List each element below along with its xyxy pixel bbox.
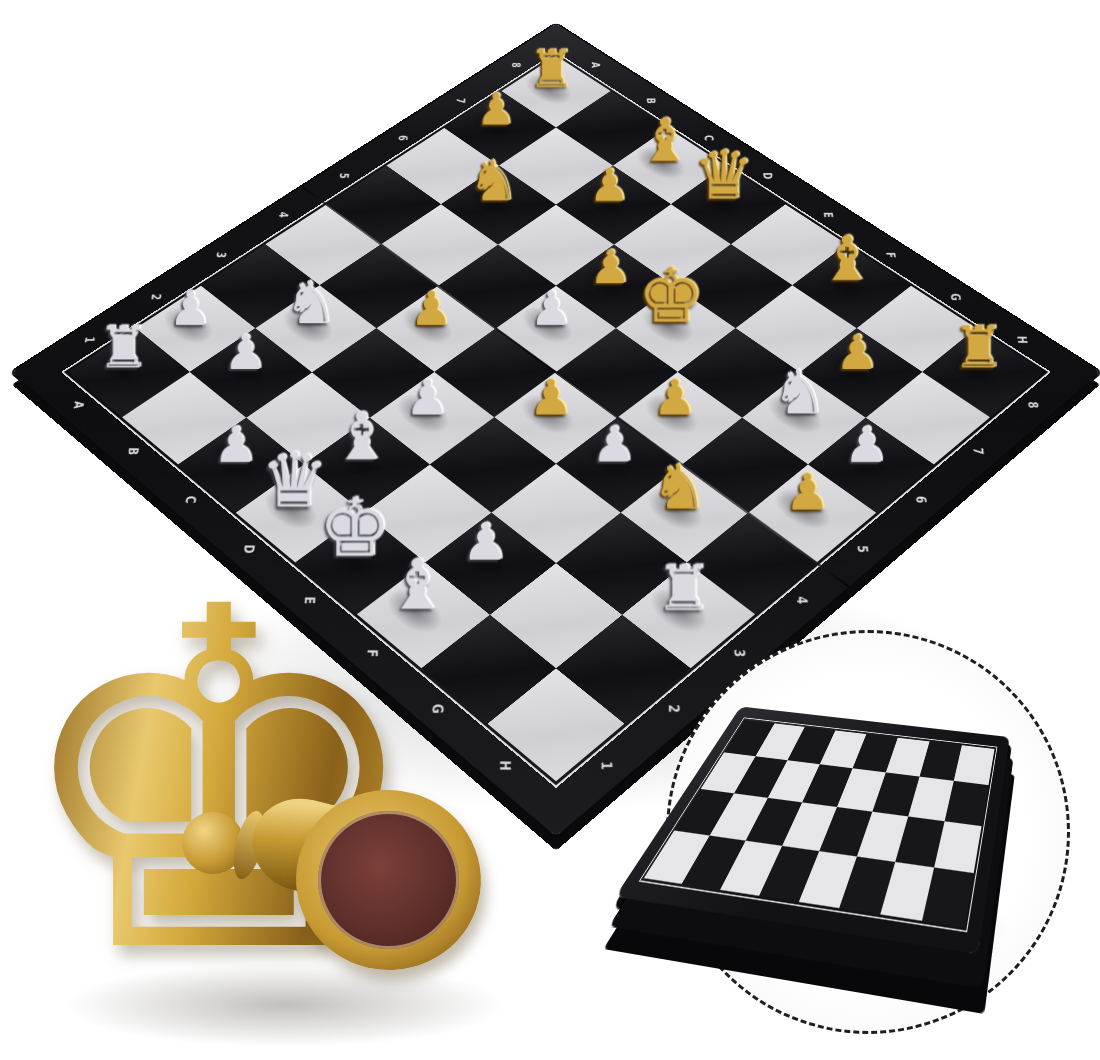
coord-label-G: G: [948, 293, 964, 300]
gold-king-e6: ♚: [638, 260, 705, 331]
coord-label-B: B: [125, 448, 142, 456]
board-cell-f3: [492, 464, 620, 562]
gold-knight-g4: ♞: [651, 457, 708, 517]
coord-label-A: A: [71, 401, 87, 409]
coord-label-D: D: [760, 172, 775, 179]
folded-board-cell: [954, 745, 995, 785]
coord-label-H: H: [496, 760, 513, 770]
coord-label-3: 3: [731, 649, 748, 657]
board-cell-g4: ♞: [620, 464, 748, 562]
coord-label-C: C: [182, 496, 199, 504]
board-cell-h5: ♟: [748, 464, 876, 562]
silver-rook-a1: ♜: [98, 320, 150, 375]
gold-pawn-e4: ♟: [529, 375, 573, 421]
coord-label-4: 4: [276, 212, 291, 218]
coord-label-6: 6: [396, 135, 410, 141]
coord-label-H: H: [1014, 336, 1030, 344]
gold-pawn-h5: ♟: [785, 469, 830, 517]
gold-rook-h8: ♜: [953, 320, 1005, 375]
inset-folded-board-circle: [666, 630, 1070, 1034]
coord-label-7: 7: [970, 448, 986, 455]
folded-board-cell: [945, 781, 989, 826]
coord-label-E: E: [821, 212, 836, 218]
coord-label-7: 7: [454, 98, 468, 103]
coord-label-1: 1: [82, 336, 98, 342]
silver-rook-h3: ♜: [655, 559, 712, 619]
silver-pawn-c1: ♟: [213, 421, 258, 468]
coord-label-F: F: [883, 252, 898, 258]
gold-rook-a8: ♜: [528, 44, 575, 94]
coord-label-5: 5: [855, 545, 872, 552]
product-photo-scene: 11AA22BB33CC44DD55EE66FF77GG88HH ♜♝♛♝♜♟♟…: [0, 0, 1100, 1060]
gold-pawn-a7: ♟: [476, 89, 515, 131]
magnetic-felt-pad: [318, 811, 459, 949]
gold-pawn-c7: ♟: [589, 165, 629, 208]
silver-pawn-a2: ♟: [169, 287, 211, 332]
gold-pawn-d6: ♟: [590, 245, 632, 289]
coord-label-G: G: [429, 704, 446, 714]
gold-knight-b6: ♞: [469, 154, 520, 208]
coord-label-6: 6: [913, 496, 930, 503]
silver-pawn-f4: ♟: [592, 421, 637, 468]
folded-board: [644, 720, 995, 927]
coord-label-5: 5: [337, 173, 351, 179]
coord-label-2: 2: [666, 704, 683, 712]
silver-bishop-d2: ♝: [332, 405, 391, 468]
coord-label-4: 4: [794, 596, 811, 604]
coord-label-B: B: [644, 98, 658, 104]
coord-label-3: 3: [214, 252, 229, 258]
gold-pawn-f5: ♟: [653, 375, 697, 421]
coord-label-C: C: [702, 135, 716, 141]
silver-pawn-f2: ♟: [463, 518, 509, 567]
silver-knight-g6: ♞: [772, 363, 827, 421]
coord-label-A: A: [589, 62, 602, 68]
coord-label-8: 8: [1025, 402, 1041, 409]
silver-knight-b3: ♞: [284, 275, 337, 331]
gold-queen-d8: ♛: [693, 143, 754, 207]
silver-pawn-d3: ♟: [405, 375, 449, 421]
silver-pawn-b2: ♟: [224, 330, 267, 376]
gold-pawn-g7: ♟: [835, 330, 878, 376]
coord-label-2: 2: [149, 294, 165, 300]
coord-label-1: 1: [598, 761, 615, 770]
coord-label-8: 8: [510, 62, 523, 67]
silver-pawn-d5: ♟: [530, 287, 572, 332]
gold-bishop-f8: ♝: [819, 230, 875, 289]
silver-pawn-h6: ♟: [844, 421, 889, 468]
gold-pawn-c4: ♟: [410, 287, 452, 332]
gold-bishop-c8: ♝: [638, 112, 691, 168]
